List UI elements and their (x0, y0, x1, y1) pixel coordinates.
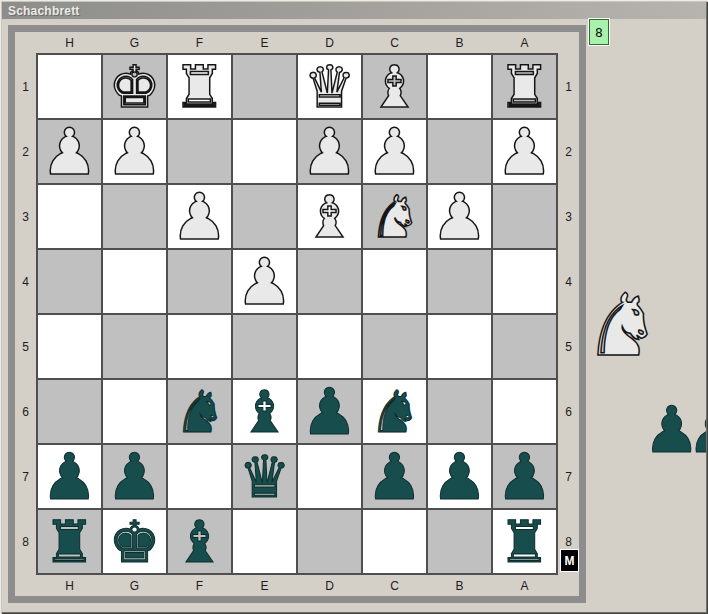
square-c3[interactable]: ♞ (363, 185, 426, 248)
square-c5[interactable] (363, 315, 426, 378)
square-d6[interactable]: ♟ (298, 380, 361, 443)
black-pawn-b7: ♟ (431, 445, 488, 509)
rank-label-3: 3 (565, 210, 572, 224)
square-b7[interactable]: ♟ (428, 445, 491, 508)
board-corner-top-left (15, 32, 36, 53)
rank-label-5: 5 (565, 340, 572, 354)
square-b2[interactable] (428, 120, 491, 183)
square-d3[interactable]: ♝ (298, 185, 361, 248)
rank-label-1: 1 (22, 80, 29, 94)
rank-label-7: 7 (565, 470, 572, 484)
file-label-f: F (196, 36, 203, 50)
white-knight: ♞ (584, 282, 661, 368)
board-corner-bottom-right (558, 575, 579, 596)
black-knight-f6: ♞ (174, 383, 226, 441)
white-knight-c3: ♞ (369, 188, 421, 246)
rank-label-7: 7 (22, 470, 29, 484)
file-label-h: H (65, 579, 74, 593)
black-pawn-h7: ♟ (41, 445, 98, 509)
square-c6[interactable]: ♞ (363, 380, 426, 443)
white-pawn-h2: ♟ (41, 120, 98, 184)
file-label-b: B (455, 36, 463, 50)
square-d8[interactable] (298, 510, 361, 573)
file-label-g: G (130, 36, 139, 50)
file-label-f: F (196, 579, 203, 593)
black-pawn-d6: ♟ (301, 380, 358, 444)
square-h6[interactable] (38, 380, 101, 443)
square-a4[interactable] (493, 250, 556, 313)
square-a8[interactable]: ♜ (493, 510, 556, 573)
square-h5[interactable] (38, 315, 101, 378)
square-g6[interactable] (103, 380, 166, 443)
square-e7[interactable]: ♛ (233, 445, 296, 508)
square-g5[interactable] (103, 315, 166, 378)
white-queen-d1: ♛ (304, 58, 356, 116)
file-label-a: A (520, 36, 528, 50)
black-pawn-g7: ♟ (106, 445, 163, 509)
square-e6[interactable]: ♝ (233, 380, 296, 443)
rank-label-8: 8 (565, 535, 572, 549)
square-d2[interactable]: ♟ (298, 120, 361, 183)
file-labels-bottom: HGFEDCBA (36, 575, 558, 596)
square-h8[interactable]: ♜ (38, 510, 101, 573)
white-pawn-c2: ♟ (366, 120, 423, 184)
square-h2[interactable]: ♟ (38, 120, 101, 183)
file-label-b: B (455, 579, 463, 593)
square-b6[interactable] (428, 380, 491, 443)
square-a5[interactable] (493, 315, 556, 378)
counter-badge: 8 (589, 19, 609, 45)
square-b5[interactable] (428, 315, 491, 378)
square-c7[interactable]: ♟ (363, 445, 426, 508)
rank-label-4: 4 (22, 275, 29, 289)
square-c1[interactable]: ♝ (363, 55, 426, 118)
file-label-a: A (520, 579, 528, 593)
square-f3[interactable]: ♟ (168, 185, 231, 248)
square-e2[interactable] (233, 120, 296, 183)
square-e1[interactable] (233, 55, 296, 118)
square-c4[interactable] (363, 250, 426, 313)
white-king-g1: ♚ (109, 58, 161, 116)
square-h4[interactable] (38, 250, 101, 313)
square-b1[interactable] (428, 55, 491, 118)
square-c8[interactable] (363, 510, 426, 573)
rank-label-1: 1 (565, 80, 572, 94)
square-e8[interactable] (233, 510, 296, 573)
black-pawn-a7: ♟ (496, 445, 553, 509)
file-label-e: E (260, 579, 268, 593)
white-pawn-g2: ♟ (106, 120, 163, 184)
black-rook-a8: ♜ (499, 513, 551, 571)
square-d7[interactable] (298, 445, 361, 508)
square-f5[interactable] (168, 315, 231, 378)
board-corner-top-right (558, 32, 579, 53)
title-bar[interactable]: Schachbrett (2, 2, 706, 19)
white-bishop-c1: ♝ (369, 58, 421, 116)
square-g7[interactable]: ♟ (103, 445, 166, 508)
square-a6[interactable] (493, 380, 556, 443)
square-e3[interactable] (233, 185, 296, 248)
square-d1[interactable]: ♛ (298, 55, 361, 118)
white-pawn-f3: ♟ (171, 185, 228, 249)
black-bishop-f8: ♝ (174, 513, 226, 571)
board-grid: ♚♜♛♝♜♟♟♟♟♟♟♝♞♟♟♞♝♟♞♟♟♛♟♟♟♜♚♝♜ (36, 53, 558, 575)
square-g3[interactable] (103, 185, 166, 248)
square-b3[interactable]: ♟ (428, 185, 491, 248)
file-label-d: D (325, 36, 334, 50)
file-label-c: C (390, 579, 399, 593)
square-a3[interactable] (493, 185, 556, 248)
square-c2[interactable]: ♟ (363, 120, 426, 183)
rank-label-2: 2 (565, 145, 572, 159)
white-pawn-b3: ♟ (431, 185, 488, 249)
black-pawn: ♟ (686, 398, 708, 462)
square-f2[interactable] (168, 120, 231, 183)
black-rook-h8: ♜ (44, 513, 96, 571)
rank-label-4: 4 (565, 275, 572, 289)
black-king-g8: ♚ (109, 513, 161, 571)
rank-label-6: 6 (22, 405, 29, 419)
file-labels-top: HGFEDCBA (36, 32, 558, 53)
square-f4[interactable] (168, 250, 231, 313)
square-f7[interactable] (168, 445, 231, 508)
square-a7[interactable]: ♟ (493, 445, 556, 508)
square-b8[interactable] (428, 510, 491, 573)
square-g4[interactable] (103, 250, 166, 313)
file-label-d: D (325, 579, 334, 593)
rank-label-6: 6 (565, 405, 572, 419)
rank-label-3: 3 (22, 210, 29, 224)
black-queen-e7: ♛ (239, 448, 291, 506)
white-bishop-d3: ♝ (304, 188, 356, 246)
white-pawn-a2: ♟ (496, 120, 553, 184)
rank-label-2: 2 (22, 145, 29, 159)
file-label-e: E (260, 36, 268, 50)
black-bishop-e6: ♝ (239, 383, 291, 441)
rank-label-5: 5 (22, 340, 29, 354)
square-f1[interactable]: ♜ (168, 55, 231, 118)
black-knight-c6: ♞ (369, 383, 421, 441)
square-h3[interactable] (38, 185, 101, 248)
white-pawn-d2: ♟ (301, 120, 358, 184)
black-pawn-c7: ♟ (366, 445, 423, 509)
square-b4[interactable] (428, 250, 491, 313)
square-g2[interactable]: ♟ (103, 120, 166, 183)
rank-labels-left: 12345678 (15, 53, 36, 575)
square-h1[interactable] (38, 55, 101, 118)
square-e4[interactable]: ♟ (233, 250, 296, 313)
white-rook-f1: ♜ (174, 58, 226, 116)
rank-label-8: 8 (22, 535, 29, 549)
chess-board: HGFEDCBA 12345678 ♚♜♛♝♜♟♟♟♟♟♟♝♞♟♟♞♝♟♞♟♟♛… (8, 25, 586, 603)
file-label-g: G (130, 579, 139, 593)
captured-black-pieces-tray: ♟♟ (643, 398, 708, 462)
square-h7[interactable]: ♟ (38, 445, 101, 508)
square-a1[interactable]: ♜ (493, 55, 556, 118)
white-pawn-e4: ♟ (236, 250, 293, 314)
square-d5[interactable] (298, 315, 361, 378)
square-g1[interactable]: ♚ (103, 55, 166, 118)
file-label-h: H (65, 36, 74, 50)
square-e5[interactable] (233, 315, 296, 378)
square-a2[interactable]: ♟ (493, 120, 556, 183)
rank-labels-right: 12345678 (558, 53, 579, 575)
window-title: Schachbrett (8, 4, 80, 18)
captured-white-pieces-tray: ♞ (584, 282, 661, 368)
board-corner-bottom-left (15, 575, 36, 596)
square-d4[interactable] (298, 250, 361, 313)
move-indicator-badge: M (560, 549, 579, 572)
square-f8[interactable]: ♝ (168, 510, 231, 573)
white-rook-a1: ♜ (499, 58, 551, 116)
square-g8[interactable]: ♚ (103, 510, 166, 573)
square-f6[interactable]: ♞ (168, 380, 231, 443)
file-label-c: C (390, 36, 399, 50)
